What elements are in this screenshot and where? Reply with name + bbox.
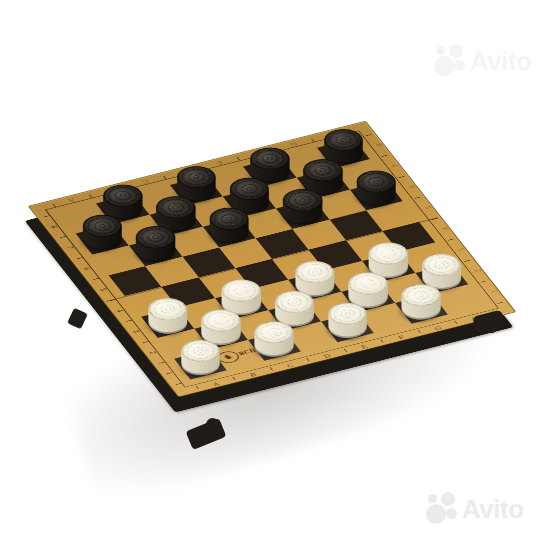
- file-label-f: F: [394, 333, 409, 341]
- rank-label-4: 4: [111, 307, 126, 316]
- file-label-d: D: [320, 352, 335, 360]
- file-label-b: B: [246, 371, 261, 379]
- frame-tick: [415, 197, 421, 199]
- frame-tick: [448, 239, 454, 241]
- rank-label-right-5: 5: [421, 203, 436, 212]
- frame-tick: [306, 358, 309, 361]
- white-checker-e1: [322, 313, 373, 342]
- frame-tick: [143, 341, 149, 343]
- watermark-text: Avito: [462, 496, 524, 522]
- checkers-board: ♞ВСП AA88BB77CC66DD55EE44FF33GG22HH11: [28, 121, 517, 398]
- square-c1: [248, 331, 301, 361]
- frame-tick: [237, 157, 240, 160]
- avito-logo-icon: [426, 492, 458, 526]
- board-wrap: ♞ВСП AA88BB77CC66DD55EE44FF33GG22HH11: [87, 74, 457, 444]
- frame-tick: [89, 195, 92, 198]
- rank-label-right-4: 4: [437, 224, 452, 233]
- file-label-far-c: C: [138, 177, 153, 185]
- watermark-text: Avito: [470, 48, 532, 74]
- board-grid: ♞ВСП: [59, 139, 484, 380]
- frame-tick: [60, 236, 66, 238]
- avito-dot: [434, 56, 454, 76]
- avito-dot: [454, 60, 465, 71]
- file-label-g: G: [431, 324, 446, 332]
- frame-tick: [52, 204, 55, 207]
- rank-label-right-6: 6: [404, 182, 419, 191]
- frame-tick: [365, 134, 371, 136]
- frame-tick: [454, 321, 457, 324]
- rank-label-5: 5: [95, 286, 110, 295]
- avito-dot: [426, 504, 446, 524]
- file-label-far-a: A: [64, 196, 79, 204]
- avito-dot: [428, 494, 437, 503]
- board-frame: ♞ВСП AA88BB77CC66DD55EE44FF33GG22HH11: [28, 121, 517, 398]
- frame-tick: [343, 349, 346, 352]
- frame-tick: [382, 155, 388, 157]
- rank-label-6: 6: [78, 265, 93, 274]
- frame-tick: [126, 320, 132, 322]
- black-checker-b6: [130, 236, 181, 265]
- avito-dot: [436, 46, 445, 55]
- file-label-far-b: B: [101, 186, 116, 194]
- avito-dot: [446, 508, 457, 519]
- square-a5: [109, 266, 162, 296]
- rank-label-right-2: 2: [470, 266, 485, 275]
- frame-tick: [163, 176, 166, 179]
- frame-tick: [481, 281, 487, 283]
- rank-label-right-1: 1: [487, 287, 502, 296]
- frame-tick: [348, 129, 351, 132]
- avito-dot: [449, 44, 463, 58]
- right-latch-knob: [486, 322, 497, 333]
- file-label-far-e: E: [212, 158, 227, 166]
- watermark-top-right: Avito: [434, 44, 532, 78]
- avito-logo-icon: [434, 44, 466, 78]
- watermark-bottom-right: Avito: [426, 492, 524, 526]
- frame-tick: [464, 260, 470, 262]
- rank-label-right-7: 7: [388, 161, 403, 170]
- frame-tick: [417, 330, 420, 333]
- frame-tick: [159, 362, 165, 364]
- file-label-far-g: G: [286, 140, 301, 148]
- rank-label-7: 7: [62, 244, 77, 253]
- frame-tick: [274, 148, 277, 151]
- frame-tick: [77, 257, 83, 259]
- frame-tick: [497, 302, 503, 304]
- frame-tick: [232, 377, 235, 380]
- frame-tick: [311, 139, 314, 142]
- rank-label-3: 3: [127, 327, 142, 336]
- product-photo-checkers-set: ♞ВСП AA88BB77CC66DD55EE44FF33GG22HH11 Av…: [0, 0, 540, 540]
- frame-tick: [398, 176, 404, 178]
- front-latch-knob: [206, 418, 219, 431]
- frame-tick: [380, 339, 383, 342]
- white-checker-c1: [249, 331, 300, 360]
- avito-dot: [441, 492, 455, 506]
- frame-tick: [269, 367, 272, 370]
- frame-tick: [93, 278, 99, 280]
- rank-label-right-8: 8: [371, 140, 386, 149]
- frame-tick: [44, 215, 50, 217]
- file-label-e: E: [357, 343, 372, 351]
